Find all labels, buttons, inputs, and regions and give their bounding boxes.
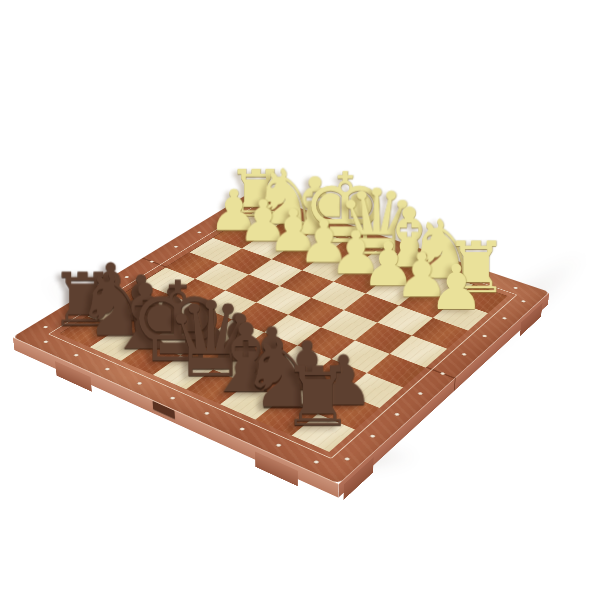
chess-board: ♜♞♝♚♛♝♞♜♟♟♟♟♟♟♟♟♟♟♟♟♟♟♟♟♜♞♝♚♛♝♞♜ xyxy=(13,192,550,484)
fold-seam-edge xyxy=(454,377,456,391)
white-pawn-glyph: ♟ xyxy=(386,259,527,318)
black-rook-glyph: ♜ xyxy=(238,358,398,436)
chess-set-photo: ♜♞♝♚♛♝♞♜♟♟♟♟♟♟♟♟♟♟♟♟♟♟♟♟♜♞♝♚♛♝♞♜ xyxy=(0,0,600,600)
